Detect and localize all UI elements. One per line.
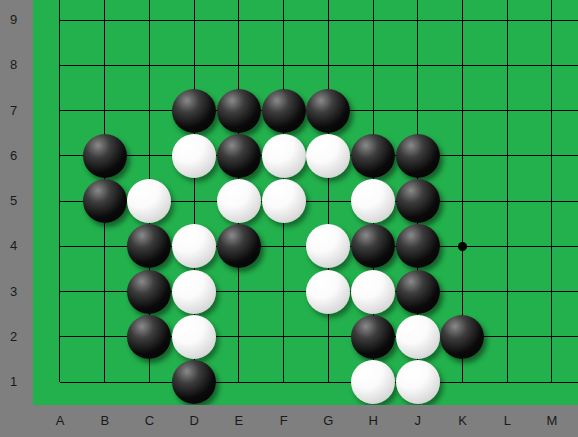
intersection-L5[interactable] — [485, 178, 530, 223]
intersection-C4[interactable] — [127, 224, 172, 269]
intersection-H6[interactable] — [351, 133, 396, 178]
intersection-B2[interactable] — [82, 314, 127, 359]
black-stone-J6 — [396, 134, 440, 178]
white-stone-C5 — [127, 179, 171, 223]
intersection-C7[interactable] — [127, 88, 172, 133]
intersection-H7[interactable] — [351, 88, 396, 133]
intersection-J2[interactable] — [395, 314, 440, 359]
black-stone-D1 — [172, 360, 216, 404]
black-stone-C3 — [127, 270, 171, 314]
white-stone-E5 — [217, 179, 261, 223]
intersection-D8[interactable] — [172, 43, 217, 88]
intersection-D4[interactable] — [172, 224, 217, 269]
white-stone-F5 — [262, 179, 306, 223]
row-label-7: 7 — [0, 103, 27, 119]
white-stone-H5 — [351, 179, 395, 223]
intersection-offview — [574, 133, 578, 178]
intersection-M3[interactable] — [530, 269, 575, 314]
intersection-B3[interactable] — [82, 269, 127, 314]
intersection-J9[interactable] — [395, 0, 440, 43]
intersection-D6[interactable] — [172, 133, 217, 178]
intersection-K7[interactable] — [440, 88, 485, 133]
intersection-J6[interactable] — [395, 133, 440, 178]
intersection-M6[interactable] — [530, 133, 575, 178]
intersection-G3[interactable] — [306, 269, 351, 314]
col-label-C: C — [134, 413, 164, 429]
intersection-E9[interactable] — [217, 0, 262, 43]
black-stone-E4 — [217, 224, 261, 268]
col-label-J: J — [403, 413, 433, 429]
row-label-1: 1 — [0, 374, 27, 390]
row-label-8: 8 — [0, 57, 27, 73]
white-stone-J1 — [396, 360, 440, 404]
white-stone-D2 — [172, 315, 216, 359]
intersection-M9[interactable] — [530, 0, 575, 43]
intersection-J5[interactable] — [395, 178, 440, 223]
intersection-L6[interactable] — [485, 133, 530, 178]
intersection-H1[interactable] — [351, 359, 396, 404]
intersection-C9[interactable] — [127, 0, 172, 43]
intersection-offview — [574, 314, 578, 359]
white-stone-D3 — [172, 270, 216, 314]
intersection-B8[interactable] — [82, 43, 127, 88]
board-grid — [38, 0, 578, 405]
black-stone-F7 — [262, 89, 306, 133]
intersection-L4[interactable] — [485, 224, 530, 269]
intersection-J8[interactable] — [395, 43, 440, 88]
intersection-offview — [574, 0, 578, 43]
intersection-M2[interactable] — [530, 314, 575, 359]
white-stone-H3 — [351, 270, 395, 314]
intersection-M4[interactable] — [530, 224, 575, 269]
intersection-C5[interactable] — [127, 178, 172, 223]
intersection-D5[interactable] — [172, 178, 217, 223]
intersection-J7[interactable] — [395, 88, 440, 133]
white-stone-J2 — [396, 315, 440, 359]
intersection-A6[interactable] — [38, 133, 83, 178]
row-label-6: 6 — [0, 148, 27, 164]
intersection-F6[interactable] — [261, 133, 306, 178]
intersection-K4[interactable] — [440, 224, 485, 269]
intersection-H4[interactable] — [351, 224, 396, 269]
intersection-E8[interactable] — [217, 43, 262, 88]
intersection-K3[interactable] — [440, 269, 485, 314]
intersection-L2[interactable] — [485, 314, 530, 359]
intersection-M1[interactable] — [530, 359, 575, 404]
intersection-M7[interactable] — [530, 88, 575, 133]
intersection-A5[interactable] — [38, 178, 83, 223]
intersection-G6[interactable] — [306, 133, 351, 178]
intersection-L1[interactable] — [485, 359, 530, 404]
intersection-B6[interactable] — [82, 133, 127, 178]
white-stone-G3 — [306, 270, 350, 314]
intersection-L8[interactable] — [485, 43, 530, 88]
intersection-H8[interactable] — [351, 43, 396, 88]
intersection-offview — [574, 224, 578, 269]
intersection-G8[interactable] — [306, 43, 351, 88]
white-stone-H1 — [351, 360, 395, 404]
intersection-A1[interactable] — [38, 359, 83, 404]
col-label-D: D — [179, 413, 209, 429]
intersection-F4[interactable] — [261, 224, 306, 269]
col-label-B: B — [90, 413, 120, 429]
col-label-F: F — [269, 413, 299, 429]
intersection-J1[interactable] — [395, 359, 440, 404]
intersection-K9[interactable] — [440, 0, 485, 43]
black-stone-D7 — [172, 89, 216, 133]
intersection-H2[interactable] — [351, 314, 396, 359]
go-app-window: { "game": "go", "board": { "grid_size": … — [0, 0, 578, 437]
white-stone-D6 — [172, 134, 216, 178]
col-label-M: M — [537, 413, 567, 429]
intersection-D7[interactable] — [172, 88, 217, 133]
col-label-E: E — [224, 413, 254, 429]
intersection-C1[interactable] — [127, 359, 172, 404]
intersection-K8[interactable] — [440, 43, 485, 88]
row-label-9: 9 — [0, 12, 27, 28]
row-label-5: 5 — [0, 193, 27, 209]
intersection-A7[interactable] — [38, 88, 83, 133]
intersection-K5[interactable] — [440, 178, 485, 223]
row-label-2: 2 — [0, 329, 27, 345]
intersection-G9[interactable] — [306, 0, 351, 43]
intersection-F5[interactable] — [261, 178, 306, 223]
intersection-E4[interactable] — [217, 224, 262, 269]
black-stone-E7 — [217, 89, 261, 133]
intersection-offview — [574, 359, 578, 404]
intersection-B7[interactable] — [82, 88, 127, 133]
intersection-G5[interactable] — [306, 178, 351, 223]
intersection-L7[interactable] — [485, 88, 530, 133]
col-label-L: L — [492, 413, 522, 429]
white-stone-D4 — [172, 224, 216, 268]
black-stone-H6 — [351, 134, 395, 178]
col-label-H: H — [358, 413, 388, 429]
intersection-D2[interactable] — [172, 314, 217, 359]
intersection-M5[interactable] — [530, 178, 575, 223]
intersection-C2[interactable] — [127, 314, 172, 359]
intersection-C6[interactable] — [127, 133, 172, 178]
black-stone-E6 — [217, 134, 261, 178]
black-stone-B6 — [83, 134, 127, 178]
intersection-F8[interactable] — [261, 43, 306, 88]
intersection-D3[interactable] — [172, 269, 217, 314]
black-stone-C2 — [127, 315, 171, 359]
intersection-E6[interactable] — [217, 133, 262, 178]
intersection-L3[interactable] — [485, 269, 530, 314]
intersection-J3[interactable] — [395, 269, 440, 314]
col-label-G: G — [313, 413, 343, 429]
intersection-K2[interactable] — [440, 314, 485, 359]
intersection-B4[interactable] — [82, 224, 127, 269]
black-stone-J3 — [396, 270, 440, 314]
intersection-H3[interactable] — [351, 269, 396, 314]
intersection-G1[interactable] — [306, 359, 351, 404]
intersection-H5[interactable] — [351, 178, 396, 223]
white-stone-G6 — [306, 134, 350, 178]
intersection-offview — [574, 88, 578, 133]
intersection-M8[interactable] — [530, 43, 575, 88]
row-label-3: 3 — [0, 284, 27, 300]
intersection-D9[interactable] — [172, 0, 217, 43]
intersection-B9[interactable] — [82, 0, 127, 43]
intersection-A3[interactable] — [38, 269, 83, 314]
col-label-A: A — [45, 413, 75, 429]
intersection-offview — [574, 43, 578, 88]
intersection-offview — [574, 269, 578, 314]
intersection-B1[interactable] — [82, 359, 127, 404]
intersection-F3[interactable] — [261, 269, 306, 314]
intersection-C8[interactable] — [127, 43, 172, 88]
intersection-A2[interactable] — [38, 314, 83, 359]
intersection-E1[interactable] — [217, 359, 262, 404]
intersection-D1[interactable] — [172, 359, 217, 404]
intersection-F2[interactable] — [261, 314, 306, 359]
intersection-E2[interactable] — [217, 314, 262, 359]
intersection-H9[interactable] — [351, 0, 396, 43]
black-stone-G7 — [306, 89, 350, 133]
intersection-L9[interactable] — [485, 0, 530, 43]
black-stone-H2 — [351, 315, 395, 359]
intersection-A8[interactable] — [38, 43, 83, 88]
intersection-J4[interactable] — [395, 224, 440, 269]
intersection-K6[interactable] — [440, 133, 485, 178]
black-stone-J5 — [396, 179, 440, 223]
intersection-F1[interactable] — [261, 359, 306, 404]
intersection-offview — [574, 178, 578, 223]
intersection-E7[interactable] — [217, 88, 262, 133]
star-point-K4 — [458, 242, 467, 251]
col-label-K: K — [448, 413, 478, 429]
black-stone-C4 — [127, 224, 171, 268]
white-stone-G4 — [306, 224, 350, 268]
black-stone-K2 — [440, 315, 484, 359]
row-label-4: 4 — [0, 238, 27, 254]
intersection-B5[interactable] — [82, 178, 127, 223]
go-board[interactable] — [33, 0, 578, 405]
intersection-F9[interactable] — [261, 0, 306, 43]
intersection-G2[interactable] — [306, 314, 351, 359]
intersection-E3[interactable] — [217, 269, 262, 314]
intersection-G7[interactable] — [306, 88, 351, 133]
intersection-E5[interactable] — [217, 178, 262, 223]
intersection-C3[interactable] — [127, 269, 172, 314]
black-stone-H4 — [351, 224, 395, 268]
black-stone-J4 — [396, 224, 440, 268]
intersection-A4[interactable] — [38, 224, 83, 269]
intersection-K1[interactable] — [440, 359, 485, 404]
intersection-G4[interactable] — [306, 224, 351, 269]
white-stone-F6 — [262, 134, 306, 178]
intersection-F7[interactable] — [261, 88, 306, 133]
intersection-A9[interactable] — [38, 0, 83, 43]
black-stone-B5 — [83, 179, 127, 223]
